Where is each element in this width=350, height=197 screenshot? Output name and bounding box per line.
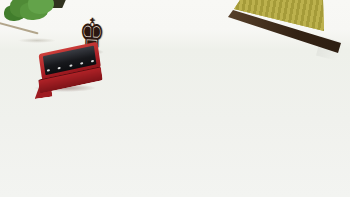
potted-plant [4,0,70,48]
board-square[interactable] [143,93,176,114]
board-square[interactable] [175,26,199,38]
board-square[interactable] [216,110,248,133]
board-square[interactable] [157,23,182,35]
board-square[interactable] [236,71,263,88]
plant-leaves [28,0,54,14]
board-square[interactable] [160,43,187,57]
board-square[interactable] [241,60,267,76]
board-square[interactable] [192,62,220,78]
board-square[interactable] [236,133,270,160]
board-square[interactable] [214,66,242,83]
board-square[interactable] [191,105,224,127]
board-square[interactable] [254,88,283,107]
board-square[interactable] [140,40,167,54]
board-square[interactable] [156,114,191,138]
board-square[interactable] [199,51,225,66]
board-square[interactable] [166,99,199,120]
board-square[interactable] [153,80,184,99]
board-square[interactable] [107,102,142,124]
board-square[interactable] [120,88,153,108]
board-square[interactable] [199,90,230,110]
board-square[interactable] [131,49,159,64]
board-square[interactable] [184,73,213,91]
board-square[interactable] [263,64,289,80]
board-square[interactable] [179,47,206,61]
board-square[interactable] [171,57,199,73]
board-square[interactable] [151,53,179,68]
board-square[interactable] [182,120,217,144]
board-square[interactable] [243,117,275,141]
board-square[interactable] [84,96,120,117]
board-square[interactable] [249,101,279,122]
board-square[interactable] [167,34,193,47]
board-square[interactable] [208,127,242,152]
board-square[interactable] [131,108,166,131]
board-square[interactable] [122,36,149,49]
chess-clock[interactable] [30,41,108,99]
board-square[interactable] [186,38,211,51]
board-square[interactable] [110,71,142,88]
sofa [228,0,350,60]
board-square[interactable] [131,75,162,93]
board-square[interactable] [140,20,165,31]
plant-pot-shadow [18,38,56,43]
board-square[interactable] [121,59,151,75]
board-square[interactable] [163,68,193,85]
board-square[interactable] [149,31,175,43]
board-square[interactable] [176,85,207,104]
board-square[interactable] [112,45,140,59]
board-square[interactable] [230,83,259,102]
board-square[interactable] [131,27,157,39]
board-square[interactable] [141,64,171,80]
scene: ♚ [0,0,350,197]
board-square[interactable] [193,29,217,41]
board-square[interactable] [259,75,286,93]
board-square[interactable] [224,96,255,117]
board-square[interactable] [207,78,236,96]
